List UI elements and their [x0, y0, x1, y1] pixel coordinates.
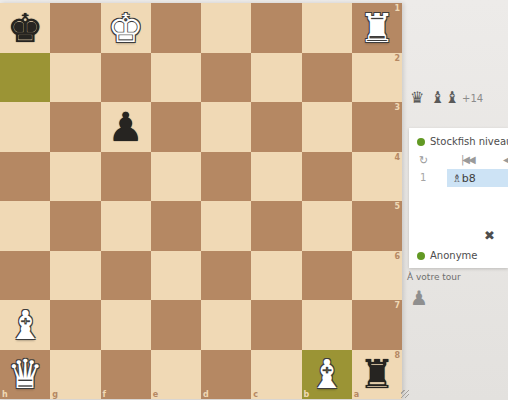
file-label-f: f — [103, 390, 106, 399]
rank-label-7: 7 — [394, 301, 400, 310]
square-h4[interactable] — [0, 152, 50, 202]
square-c6[interactable] — [251, 251, 301, 301]
black-rook[interactable]: ♜ — [352, 350, 402, 400]
square-g8[interactable]: g — [50, 350, 100, 400]
opponent-row: Stockfish niveau 1 — [409, 128, 508, 147]
turn-indicator-text: À votre tour — [407, 272, 461, 282]
online-status-dot — [417, 252, 425, 260]
black-pawn[interactable]: ♟ — [101, 102, 151, 152]
square-d6[interactable] — [201, 251, 251, 301]
first-move-icon[interactable]: |◀◀ — [461, 154, 474, 165]
move-nav-toolbar: ↻ |◀◀ ◀| — [409, 152, 508, 169]
square-d2[interactable] — [201, 53, 251, 103]
prev-move-icon[interactable]: ◀| — [503, 154, 508, 165]
square-f2[interactable] — [101, 53, 151, 103]
square-d3[interactable] — [201, 102, 251, 152]
square-h7[interactable]: ♝ — [0, 300, 50, 350]
square-f3[interactable]: ♟ — [101, 102, 151, 152]
square-e8[interactable]: e — [151, 350, 201, 400]
square-c1[interactable] — [251, 3, 301, 53]
square-g6[interactable] — [50, 251, 100, 301]
square-e2[interactable] — [151, 53, 201, 103]
square-a5[interactable]: 5 — [352, 201, 402, 251]
chess-board[interactable]: ♚♚1♜2♟3456♝7h♛gfedcb♝8a♜ — [0, 3, 402, 399]
move-list-row: 1 ♗b8 — [409, 169, 508, 187]
square-d7[interactable] — [201, 300, 251, 350]
square-e6[interactable] — [151, 251, 201, 301]
rank-label-4: 4 — [394, 153, 400, 162]
square-b3[interactable] — [302, 102, 352, 152]
square-c3[interactable] — [251, 102, 301, 152]
square-g7[interactable] — [50, 300, 100, 350]
square-g1[interactable] — [50, 3, 100, 53]
square-h1[interactable]: ♚ — [0, 3, 50, 53]
file-label-d: d — [203, 390, 209, 399]
white-bishop[interactable]: ♝ — [302, 350, 352, 400]
file-label-e: e — [153, 390, 158, 399]
square-c4[interactable] — [251, 152, 301, 202]
square-a7[interactable]: 7 — [352, 300, 402, 350]
square-f6[interactable] — [101, 251, 151, 301]
square-d5[interactable] — [201, 201, 251, 251]
square-g5[interactable] — [50, 201, 100, 251]
square-c5[interactable] — [251, 201, 301, 251]
player-name: Anonyme — [430, 250, 477, 261]
move-cell-active[interactable]: ♗b8 — [447, 169, 508, 187]
captured-bishop-icon: ♝ — [445, 90, 459, 106]
square-h3[interactable] — [0, 102, 50, 152]
square-f1[interactable]: ♚ — [101, 3, 151, 53]
file-label-c: c — [253, 390, 258, 399]
square-e1[interactable] — [151, 3, 201, 53]
game-panel: Stockfish niveau 1 ↻ |◀◀ ◀| 1 ♗b8 ✖ Anon… — [409, 128, 508, 268]
square-g4[interactable] — [50, 152, 100, 202]
square-g3[interactable] — [50, 102, 100, 152]
sidebar: ♛ ♝ ♝ +14 Stockfish niveau 1 ↻ |◀◀ ◀| 1 … — [402, 0, 508, 400]
square-b1[interactable] — [302, 3, 352, 53]
online-status-dot — [417, 138, 425, 146]
square-a6[interactable]: 6 — [352, 251, 402, 301]
rank-label-6: 6 — [394, 252, 400, 261]
player-row: Anonyme — [417, 250, 477, 261]
square-b2[interactable] — [302, 53, 352, 103]
square-b6[interactable] — [302, 251, 352, 301]
square-f7[interactable] — [101, 300, 151, 350]
square-e4[interactable] — [151, 152, 201, 202]
opponent-name: Stockfish niveau 1 — [430, 136, 508, 147]
rank-label-5: 5 — [394, 202, 400, 211]
square-a2[interactable]: 2 — [352, 53, 402, 103]
square-h6[interactable] — [0, 251, 50, 301]
close-icon[interactable]: ✖ — [484, 228, 495, 243]
square-a1[interactable]: 1♜ — [352, 3, 402, 53]
square-b7[interactable] — [302, 300, 352, 350]
square-h5[interactable] — [0, 201, 50, 251]
square-d8[interactable]: d — [201, 350, 251, 400]
square-h8[interactable]: h♛ — [0, 350, 50, 400]
material-advantage: +14 — [462, 93, 483, 104]
rank-label-3: 3 — [394, 103, 400, 112]
white-bishop[interactable]: ♝ — [0, 300, 50, 350]
square-d1[interactable] — [201, 3, 251, 53]
square-f5[interactable] — [101, 201, 151, 251]
square-b4[interactable] — [302, 152, 352, 202]
white-king[interactable]: ♚ — [101, 3, 151, 53]
turn-pawn-icon: ♟ — [410, 288, 428, 308]
move-text: ♗b8 — [447, 172, 476, 185]
square-e7[interactable] — [151, 300, 201, 350]
square-a3[interactable]: 3 — [352, 102, 402, 152]
square-e3[interactable] — [151, 102, 201, 152]
square-c2[interactable] — [251, 53, 301, 103]
white-rook[interactable]: ♜ — [352, 3, 402, 53]
captured-material: ♛ ♝ ♝ +14 — [410, 90, 483, 106]
takeback-icon[interactable]: ↻ — [419, 154, 428, 167]
black-king[interactable]: ♚ — [0, 3, 50, 53]
square-f4[interactable] — [101, 152, 151, 202]
square-b8[interactable]: b♝ — [302, 350, 352, 400]
file-label-g: g — [52, 390, 58, 399]
white-queen[interactable]: ♛ — [0, 350, 50, 400]
captured-bishop-icon: ♝ — [430, 90, 444, 106]
square-g2[interactable] — [50, 53, 100, 103]
rank-label-2: 2 — [394, 54, 400, 63]
captured-queen-icon: ♛ — [410, 90, 424, 106]
square-f8[interactable]: f — [101, 350, 151, 400]
square-e5[interactable] — [151, 201, 201, 251]
square-c8[interactable]: c — [251, 350, 301, 400]
square-d4[interactable] — [201, 152, 251, 202]
square-b5[interactable] — [302, 201, 352, 251]
square-h2[interactable] — [0, 53, 50, 103]
square-c7[interactable] — [251, 300, 301, 350]
move-number: 1 — [420, 172, 426, 183]
square-a8[interactable]: 8a♜ — [352, 350, 402, 400]
square-a4[interactable]: 4 — [352, 152, 402, 202]
